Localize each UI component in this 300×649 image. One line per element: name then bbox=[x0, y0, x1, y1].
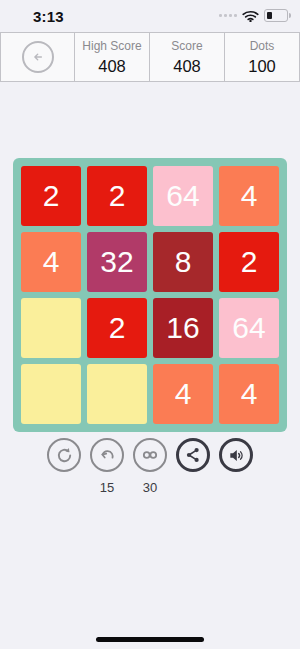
tile-4: 4 bbox=[219, 166, 279, 226]
tile-4: 4 bbox=[219, 364, 279, 424]
status-icons bbox=[219, 9, 291, 22]
undo-button[interactable] bbox=[90, 438, 124, 472]
undo-count: 15 bbox=[100, 480, 114, 495]
wifi-icon bbox=[242, 10, 259, 22]
tile-64: 64 bbox=[219, 298, 279, 358]
tile-4: 4 bbox=[21, 232, 81, 292]
battery-level bbox=[267, 12, 272, 20]
app-screen: 3:13 High Score 408 Score bbox=[0, 0, 300, 649]
back-button[interactable] bbox=[0, 33, 75, 81]
tile-16: 16 bbox=[153, 298, 213, 358]
undo-icon bbox=[98, 446, 117, 465]
tile-empty bbox=[87, 364, 147, 424]
restart-icon bbox=[55, 446, 74, 465]
stat-high-score: High Score 408 bbox=[75, 33, 150, 81]
sound-button[interactable] bbox=[219, 438, 253, 472]
infinity-icon bbox=[140, 445, 160, 465]
back-arrow-icon bbox=[22, 41, 54, 73]
tile-2: 2 bbox=[87, 298, 147, 358]
tile-32: 32 bbox=[87, 232, 147, 292]
stat-value: 100 bbox=[248, 57, 276, 76]
cellular-signal-icon bbox=[219, 14, 237, 17]
infinity-button[interactable] bbox=[133, 438, 167, 472]
game-board[interactable]: 22644432822166444 bbox=[13, 158, 287, 432]
tile-4: 4 bbox=[153, 364, 213, 424]
restart-button[interactable] bbox=[47, 438, 81, 472]
status-bar: 3:13 bbox=[0, 0, 300, 32]
stat-score: Score 408 bbox=[150, 33, 225, 81]
stat-label: High Score bbox=[82, 39, 141, 53]
stat-value: 408 bbox=[98, 57, 126, 76]
tile-8: 8 bbox=[153, 232, 213, 292]
sound-icon bbox=[227, 446, 246, 465]
tile-2: 2 bbox=[87, 166, 147, 226]
tile-64: 64 bbox=[153, 166, 213, 226]
stat-label: Score bbox=[171, 39, 202, 53]
home-indicator[interactable] bbox=[96, 637, 204, 642]
stat-label: Dots bbox=[250, 39, 275, 53]
infinity-count: 30 bbox=[143, 480, 157, 495]
score-header: High Score 408 Score 408 Dots 100 bbox=[0, 32, 300, 82]
stat-dots: Dots 100 bbox=[225, 33, 300, 81]
status-time: 3:13 bbox=[33, 8, 64, 25]
tile-empty bbox=[21, 364, 81, 424]
share-icon bbox=[184, 446, 202, 464]
stat-value: 408 bbox=[173, 57, 201, 76]
tile-2: 2 bbox=[21, 166, 81, 226]
tile-empty bbox=[21, 298, 81, 358]
tile-2: 2 bbox=[219, 232, 279, 292]
battery-icon bbox=[264, 9, 288, 22]
toolbar: 15 30 bbox=[0, 438, 300, 495]
share-button[interactable] bbox=[176, 438, 210, 472]
